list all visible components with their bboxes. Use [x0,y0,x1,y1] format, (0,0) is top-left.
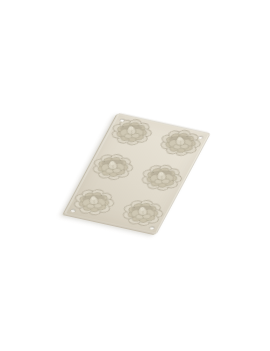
cavity-5 [72,188,117,217]
flower-cavity-icon [91,153,136,182]
cavity-2 [158,128,203,157]
cavity-3 [91,153,136,182]
flower-cavity-icon [158,128,203,157]
cavity-4 [139,163,184,192]
flower-cavity-icon [121,198,166,227]
flower-cavity-icon [109,118,154,147]
product-photo [0,0,270,351]
cavity-1 [109,118,154,147]
silicone-mold-tray [64,113,211,234]
cavity-6 [121,198,166,227]
flower-cavity-icon [72,188,117,217]
corner-hole-2 [198,136,204,140]
flower-cavity-icon [139,163,184,192]
corner-hole-4 [149,226,155,230]
